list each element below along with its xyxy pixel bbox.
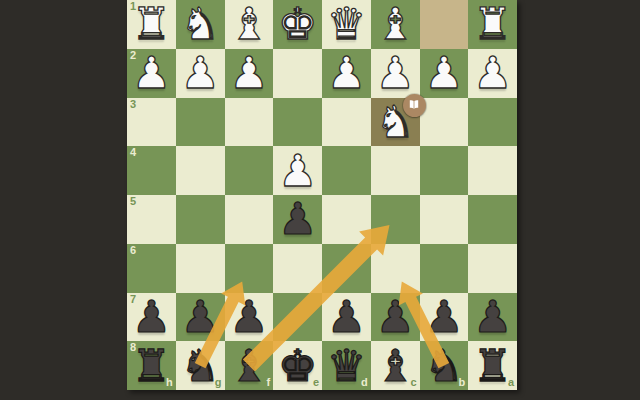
square-a7[interactable]: ♟ [468, 293, 517, 342]
square-d4[interactable] [322, 146, 371, 195]
piece-white-rook[interactable]: ♜ [127, 0, 176, 49]
square-f5[interactable] [225, 195, 274, 244]
square-b1[interactable] [420, 0, 469, 49]
square-f7[interactable]: ♟ [225, 293, 274, 342]
piece-black-knight[interactable]: ♞ [176, 341, 225, 390]
square-h5[interactable]: 5 [127, 195, 176, 244]
square-e7[interactable] [273, 293, 322, 342]
square-b2[interactable]: ♟ [420, 49, 469, 98]
square-g6[interactable] [176, 244, 225, 293]
square-d8[interactable]: d♛ [322, 341, 371, 390]
square-g3[interactable] [176, 98, 225, 147]
square-c4[interactable] [371, 146, 420, 195]
square-b7[interactable]: ♟ [420, 293, 469, 342]
open-book-icon [407, 98, 421, 112]
piece-white-pawn[interactable]: ♟ [468, 49, 517, 98]
square-f8[interactable]: f♝ [225, 341, 274, 390]
square-d2[interactable]: ♟ [322, 49, 371, 98]
piece-white-pawn[interactable]: ♟ [420, 49, 469, 98]
square-f1[interactable]: ♝ [225, 0, 274, 49]
app-background: 1♜♞♝♚♛♝♜2♟♟♟♟♟♟♟3♞4♟5♟67♟♟♟♟♟♟♟8h♜g♞f♝e♚… [0, 0, 640, 400]
piece-black-bishop[interactable]: ♝ [371, 341, 420, 390]
square-f2[interactable]: ♟ [225, 49, 274, 98]
square-c2[interactable]: ♟ [371, 49, 420, 98]
piece-black-knight[interactable]: ♞ [420, 341, 469, 390]
square-c8[interactable]: c♝ [371, 341, 420, 390]
piece-black-pawn[interactable]: ♟ [322, 293, 371, 342]
rank-label-5: 5 [130, 196, 136, 207]
square-h4[interactable]: 4 [127, 146, 176, 195]
square-b5[interactable] [420, 195, 469, 244]
square-e5[interactable]: ♟ [273, 195, 322, 244]
square-a3[interactable] [468, 98, 517, 147]
square-h1[interactable]: 1♜ [127, 0, 176, 49]
rank-label-4: 4 [130, 147, 136, 158]
square-c1[interactable]: ♝ [371, 0, 420, 49]
piece-black-bishop[interactable]: ♝ [225, 341, 274, 390]
piece-black-pawn[interactable]: ♟ [225, 293, 274, 342]
square-e1[interactable]: ♚ [273, 0, 322, 49]
square-a5[interactable] [468, 195, 517, 244]
square-g7[interactable]: ♟ [176, 293, 225, 342]
square-d3[interactable] [322, 98, 371, 147]
square-g4[interactable] [176, 146, 225, 195]
piece-black-rook[interactable]: ♜ [468, 341, 517, 390]
piece-black-pawn[interactable]: ♟ [468, 293, 517, 342]
square-g2[interactable]: ♟ [176, 49, 225, 98]
piece-black-pawn[interactable]: ♟ [420, 293, 469, 342]
square-d7[interactable]: ♟ [322, 293, 371, 342]
square-a4[interactable] [468, 146, 517, 195]
piece-black-pawn[interactable]: ♟ [371, 293, 420, 342]
square-a2[interactable]: ♟ [468, 49, 517, 98]
square-e4[interactable]: ♟ [273, 146, 322, 195]
square-a1[interactable]: ♜ [468, 0, 517, 49]
piece-white-pawn[interactable]: ♟ [176, 49, 225, 98]
square-g1[interactable]: ♞ [176, 0, 225, 49]
square-a8[interactable]: a♜ [468, 341, 517, 390]
square-e8[interactable]: e♚ [273, 341, 322, 390]
square-h6[interactable]: 6 [127, 244, 176, 293]
square-a6[interactable] [468, 244, 517, 293]
square-d1[interactable]: ♛ [322, 0, 371, 49]
square-d5[interactable] [322, 195, 371, 244]
book-move-icon [403, 94, 426, 117]
piece-white-knight[interactable]: ♞ [176, 0, 225, 49]
square-h3[interactable]: 3 [127, 98, 176, 147]
rank-label-6: 6 [130, 245, 136, 256]
piece-black-pawn[interactable]: ♟ [273, 195, 322, 244]
rank-label-3: 3 [130, 99, 136, 110]
piece-white-bishop[interactable]: ♝ [225, 0, 274, 49]
square-e3[interactable] [273, 98, 322, 147]
piece-white-pawn[interactable]: ♟ [273, 146, 322, 195]
square-c7[interactable]: ♟ [371, 293, 420, 342]
piece-black-pawn[interactable]: ♟ [127, 293, 176, 342]
square-b3[interactable] [420, 98, 469, 147]
square-e2[interactable] [273, 49, 322, 98]
piece-white-bishop[interactable]: ♝ [371, 0, 420, 49]
piece-white-pawn[interactable]: ♟ [225, 49, 274, 98]
square-g5[interactable] [176, 195, 225, 244]
chess-board[interactable]: 1♜♞♝♚♛♝♜2♟♟♟♟♟♟♟3♞4♟5♟67♟♟♟♟♟♟♟8h♜g♞f♝e♚… [127, 0, 517, 390]
square-b8[interactable]: b♞ [420, 341, 469, 390]
square-g8[interactable]: g♞ [176, 341, 225, 390]
square-c6[interactable] [371, 244, 420, 293]
square-d6[interactable] [322, 244, 371, 293]
piece-black-queen[interactable]: ♛ [322, 341, 371, 390]
square-h7[interactable]: 7♟ [127, 293, 176, 342]
piece-black-king[interactable]: ♚ [273, 341, 322, 390]
square-f4[interactable] [225, 146, 274, 195]
piece-white-queen[interactable]: ♛ [322, 0, 371, 49]
piece-white-rook[interactable]: ♜ [468, 0, 517, 49]
square-f3[interactable] [225, 98, 274, 147]
square-f6[interactable] [225, 244, 274, 293]
piece-white-pawn[interactable]: ♟ [371, 49, 420, 98]
square-e6[interactable] [273, 244, 322, 293]
square-b6[interactable] [420, 244, 469, 293]
piece-white-pawn[interactable]: ♟ [127, 49, 176, 98]
square-h2[interactable]: 2♟ [127, 49, 176, 98]
piece-black-pawn[interactable]: ♟ [176, 293, 225, 342]
square-c5[interactable] [371, 195, 420, 244]
piece-white-king[interactable]: ♚ [273, 0, 322, 49]
square-h8[interactable]: 8h♜ [127, 341, 176, 390]
piece-black-rook[interactable]: ♜ [127, 341, 176, 390]
square-b4[interactable] [420, 146, 469, 195]
piece-white-pawn[interactable]: ♟ [322, 49, 371, 98]
